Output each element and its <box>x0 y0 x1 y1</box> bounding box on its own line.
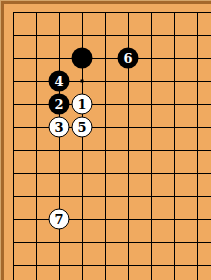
stone-white-3: 3 <box>49 117 70 138</box>
grid-cell <box>82 12 105 35</box>
grid-cell <box>36 150 59 173</box>
grid-cell <box>82 219 105 242</box>
grid-cell <box>82 265 105 280</box>
grid-cell <box>197 58 211 81</box>
grid-cell <box>151 35 174 58</box>
grid-cell <box>105 104 128 127</box>
grid-cell <box>13 265 36 280</box>
grid-cell <box>151 242 174 265</box>
grid-cell <box>151 58 174 81</box>
grid-cell <box>151 127 174 150</box>
grid-cell <box>174 173 197 196</box>
grid-cell <box>105 196 128 219</box>
grid-cell <box>151 196 174 219</box>
grid-cell <box>151 173 174 196</box>
grid-cell <box>36 173 59 196</box>
grid-cell <box>174 196 197 219</box>
grid-cell <box>36 12 59 35</box>
grid-cell <box>151 104 174 127</box>
grid-cell <box>13 35 36 58</box>
grid-cell <box>36 265 59 280</box>
stone-black-unlabeled <box>72 48 93 69</box>
grid-cell <box>174 12 197 35</box>
board-frame-left-edge <box>1 1 4 280</box>
grid-cell <box>174 127 197 150</box>
stone-black-6: 6 <box>118 48 139 69</box>
grid-cell <box>13 242 36 265</box>
grid-cell <box>36 242 59 265</box>
grid-cell <box>174 265 197 280</box>
grid-cell <box>151 265 174 280</box>
stone-white-1: 1 <box>72 94 93 115</box>
grid-cell <box>13 104 36 127</box>
grid-cell <box>197 81 211 104</box>
grid-cell <box>128 265 151 280</box>
grid-cell <box>128 219 151 242</box>
stone-move-number: 6 <box>123 52 132 65</box>
grid-cell <box>197 242 211 265</box>
grid-cell <box>197 127 211 150</box>
stone-move-number: 2 <box>54 98 63 111</box>
grid-cell <box>197 265 211 280</box>
grid-cell <box>197 219 211 242</box>
stone-white-7: 7 <box>49 209 70 230</box>
grid-cell <box>128 127 151 150</box>
grid-cell <box>105 219 128 242</box>
grid-cell <box>82 196 105 219</box>
grid-cell <box>105 12 128 35</box>
grid-cell <box>13 58 36 81</box>
stone-move-number: 7 <box>54 213 63 226</box>
grid-cell <box>13 173 36 196</box>
grid-cell <box>128 173 151 196</box>
grid-cell <box>151 150 174 173</box>
grid-cell <box>174 58 197 81</box>
grid-cell <box>151 219 174 242</box>
grid-cell <box>105 242 128 265</box>
stone-move-number: 4 <box>54 75 63 88</box>
stone-move-number: 3 <box>54 121 63 134</box>
stone-black-2: 2 <box>49 94 70 115</box>
stone-black-4: 4 <box>49 71 70 92</box>
grid-cell <box>128 12 151 35</box>
grid-cell <box>174 242 197 265</box>
grid-cell <box>174 219 197 242</box>
grid-cell <box>128 242 151 265</box>
go-corner-diagram: 6421357 <box>0 0 211 280</box>
grid-cell <box>197 196 211 219</box>
stone-move-number: 5 <box>77 121 86 134</box>
grid-cell <box>174 35 197 58</box>
grid-cell <box>105 127 128 150</box>
grid-cell <box>13 150 36 173</box>
grid-cell <box>105 150 128 173</box>
hoshi-star-point <box>81 80 84 83</box>
grid-cell <box>174 150 197 173</box>
grid-cell <box>105 173 128 196</box>
grid-cell <box>128 81 151 104</box>
grid-cell <box>59 150 82 173</box>
grid-cell <box>82 173 105 196</box>
grid-cell <box>13 81 36 104</box>
grid-cell <box>174 104 197 127</box>
grid-cell <box>13 196 36 219</box>
grid-cell <box>197 12 211 35</box>
grid-cell <box>197 104 211 127</box>
grid-cell <box>105 265 128 280</box>
stone-white-5: 5 <box>72 117 93 138</box>
grid-cell <box>197 35 211 58</box>
grid-cell <box>59 265 82 280</box>
stone-move-number: 1 <box>77 98 86 111</box>
grid-cell <box>174 81 197 104</box>
grid-cell <box>128 150 151 173</box>
grid-cell <box>59 242 82 265</box>
grid-cell <box>82 150 105 173</box>
board-frame-top-edge <box>1 1 211 4</box>
grid-cell <box>197 173 211 196</box>
grid-cell <box>105 81 128 104</box>
grid-cell <box>36 35 59 58</box>
grid-cell <box>59 12 82 35</box>
grid-cell <box>13 127 36 150</box>
grid-cell <box>13 12 36 35</box>
grid-cell <box>197 150 211 173</box>
grid-cell <box>82 242 105 265</box>
grid-cell <box>128 104 151 127</box>
go-board: 6421357 <box>13 12 211 280</box>
grid-cell <box>128 196 151 219</box>
grid-cell <box>151 81 174 104</box>
grid-cell <box>59 173 82 196</box>
grid-cell <box>13 219 36 242</box>
grid-cell <box>151 12 174 35</box>
